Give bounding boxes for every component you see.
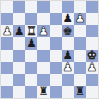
square-h7[interactable]: [86, 13, 98, 25]
square-b3[interactable]: [13, 62, 25, 74]
square-a8[interactable]: [1, 1, 13, 13]
square-g3[interactable]: [74, 62, 86, 74]
black-rook: ♜: [38, 86, 48, 98]
square-c8[interactable]: [25, 1, 37, 13]
square-f3[interactable]: ♟: [62, 62, 74, 74]
chess-board: ♟♟♟♟♜♟♚♟♟♚♟♟♜♜: [0, 0, 99, 99]
square-g6[interactable]: [74, 25, 86, 37]
white-pawn: ♟: [63, 61, 73, 73]
square-e7[interactable]: [50, 13, 62, 25]
black-king: ♚: [63, 25, 73, 37]
square-e3[interactable]: [50, 62, 62, 74]
square-h8[interactable]: [86, 1, 98, 13]
square-h6[interactable]: [86, 25, 98, 37]
white-pawn: ♟: [2, 25, 12, 37]
square-e6[interactable]: [50, 25, 62, 37]
white-pawn: ♟: [38, 25, 48, 37]
black-pawn: ♟: [14, 25, 24, 37]
square-a4[interactable]: [1, 50, 13, 62]
square-a3[interactable]: [1, 62, 13, 74]
square-a6[interactable]: ♟: [1, 25, 13, 37]
square-h1[interactable]: [86, 86, 98, 98]
square-h3[interactable]: ♟: [86, 62, 98, 74]
square-b5[interactable]: [13, 37, 25, 49]
square-e5[interactable]: [50, 37, 62, 49]
square-f6[interactable]: ♚: [62, 25, 74, 37]
square-h2[interactable]: [86, 74, 98, 86]
square-c3[interactable]: [25, 62, 37, 74]
square-b6[interactable]: ♟: [13, 25, 25, 37]
square-e2[interactable]: [50, 74, 62, 86]
square-c5[interactable]: ♟: [25, 37, 37, 49]
white-pawn: ♟: [87, 61, 97, 73]
square-c1[interactable]: [25, 86, 37, 98]
square-b1[interactable]: [13, 86, 25, 98]
square-b4[interactable]: [13, 50, 25, 62]
square-f2[interactable]: [62, 74, 74, 86]
square-b2[interactable]: [13, 74, 25, 86]
square-e8[interactable]: [50, 1, 62, 13]
square-e1[interactable]: [50, 86, 62, 98]
square-g4[interactable]: [74, 50, 86, 62]
square-a5[interactable]: [1, 37, 13, 49]
square-b8[interactable]: [13, 1, 25, 13]
square-a2[interactable]: [1, 74, 13, 86]
square-e4[interactable]: [50, 50, 62, 62]
black-rook: ♜: [75, 86, 85, 98]
square-c4[interactable]: [25, 50, 37, 62]
square-d3[interactable]: [37, 62, 49, 74]
square-a1[interactable]: [1, 86, 13, 98]
square-d4[interactable]: [37, 50, 49, 62]
square-d6[interactable]: ♟: [37, 25, 49, 37]
square-g1[interactable]: ♜: [74, 86, 86, 98]
black-pawn: ♟: [26, 37, 36, 49]
square-d1[interactable]: ♜: [37, 86, 49, 98]
square-f1[interactable]: [62, 86, 74, 98]
square-c2[interactable]: [25, 74, 37, 86]
square-g7[interactable]: ♟: [74, 13, 86, 25]
white-pawn: ♟: [75, 13, 85, 25]
square-d8[interactable]: [37, 1, 49, 13]
square-d5[interactable]: [37, 37, 49, 49]
square-g5[interactable]: [74, 37, 86, 49]
